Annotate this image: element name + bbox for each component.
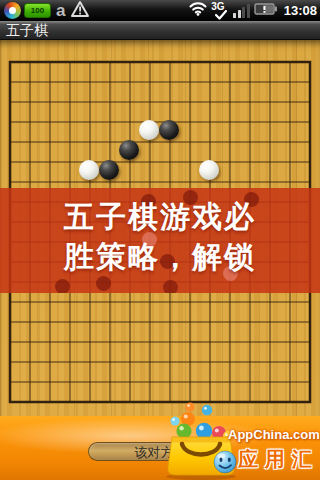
wifi-icon bbox=[189, 2, 207, 20]
shopping-bag-icon bbox=[142, 386, 242, 480]
black-stone bbox=[159, 120, 179, 140]
status-bar-right: 3G 13:08 bbox=[189, 2, 320, 20]
battery-alert-icon bbox=[254, 2, 278, 20]
battery-widget-icon: 100 bbox=[24, 3, 51, 18]
ghost-stone bbox=[96, 276, 111, 291]
white-stone bbox=[199, 160, 219, 180]
appchina-site-text: AppChina.com bbox=[228, 427, 320, 442]
3g-check-icon: 3G bbox=[211, 2, 229, 20]
appchina-name-text: 应用汇 bbox=[238, 446, 319, 473]
banner-text-line2: 胜策略，解锁 bbox=[0, 237, 320, 277]
app-title: 五子棋 bbox=[6, 22, 48, 38]
black-stone bbox=[99, 160, 119, 180]
status-bar: 100 a 3G bbox=[0, 0, 320, 21]
letter-a-icon: a bbox=[54, 2, 67, 19]
signal-bars-icon bbox=[233, 4, 250, 18]
black-stone bbox=[119, 140, 139, 160]
clock: 13:08 bbox=[282, 3, 317, 18]
banner-text-line1: 五子棋游戏必 bbox=[0, 197, 320, 237]
phone-screen: 100 a 3G bbox=[0, 0, 320, 480]
ghost-stone bbox=[55, 279, 70, 294]
promo-banner-overlay: 五子棋游戏必 胜策略，解锁 bbox=[0, 188, 320, 293]
warning-triangle-icon bbox=[70, 0, 90, 22]
status-bar-left: 100 a bbox=[0, 0, 90, 22]
app-title-bar: 五子棋 bbox=[0, 21, 320, 40]
ghost-stone bbox=[163, 280, 178, 294]
white-stone bbox=[79, 160, 99, 180]
white-stone bbox=[139, 120, 159, 140]
launcher-notification-icon bbox=[4, 2, 21, 19]
